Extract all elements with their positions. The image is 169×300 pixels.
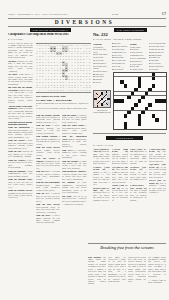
list-item: From the Senate: a filibuster whistle; b… (62, 114, 87, 124)
list-item: 11 Reflecting pool sight (149, 42, 167, 44)
list-item: 18 Souvenir shirt size (149, 51, 167, 53)
list-item: 6 Museum piece (130, 60, 147, 62)
invitational-headline: Cheapskates: Gift shop ideas from Week 1… (8, 33, 92, 37)
list-item: 25 Vendor's cart (149, 56, 167, 58)
list-item: 46 On the mend (112, 68, 129, 70)
list-item: 4th place: From the NSA gift shop: a mug… (8, 60, 33, 72)
feature-rule (88, 243, 166, 244)
list-item: And the winner of the Inkin' Memorial: F… (8, 105, 33, 120)
list-item: From the Smithsonian Castle: gargoyle bo… (62, 135, 87, 147)
list-item: 35 Pace setter? (112, 54, 129, 56)
list-item: 20 Took badly? (93, 73, 110, 75)
list-item: 5 Cherry blossom mo. (130, 57, 147, 59)
list-item: CAPRICORN (Dec. 22-Jan. 19) Your work sp… (149, 148, 167, 163)
folio-edition: EZ EE (112, 13, 132, 15)
list-item: CANCER (June 22-July 22) Someone repeats… (112, 148, 129, 165)
list-item: Readers wrote in with their own rules: n… (128, 256, 146, 283)
last-week-solution-grid: SCRAPBOOKSOARTPOSTPUZLEREEKANWERGIDTOTAL… (93, 90, 111, 108)
list-item: 7 Gallery display (130, 63, 147, 65)
list-item: From the Botanic Garden: corpse-flower a… (36, 114, 61, 124)
feature-column-4: The common thread was modesty. Nobody qu… (148, 256, 166, 298)
list-item: 3 Shade provider (130, 51, 147, 53)
list-item: ARIES (March 21-April 19) Finish the sma… (93, 148, 110, 165)
list-item: From the CIA: a souvenir photo of you th… (36, 192, 61, 202)
list-item: From the FCC: a bleeping keychain, batte… (36, 170, 61, 180)
feature-column-2: Start small, the experts say. A basket b… (108, 256, 126, 298)
list-item: From Reagan National: a model airplane p… (36, 135, 61, 145)
list-item: SCORPIO (Oct. 24-Nov. 21) A secret you a… (130, 166, 147, 183)
list-item: 17 Gift shop staple, perhaps (93, 65, 110, 69)
list-item: 31 Last word (149, 68, 167, 70)
list-item: Next week: Clue us in, or, Haven't got a… (62, 195, 87, 202)
list-item: 29 Gift wrap roll (149, 62, 167, 64)
list-item: 13 Postcard rack spot (149, 48, 167, 50)
list-item: 8 In the loop (130, 65, 147, 67)
list-item: 19 Cobbler's supply (93, 70, 110, 72)
cell-r17c19[interactable]: D (88, 89, 91, 92)
crossword-clues-col3: DOWN1 Bagel topper2 Mild oath3 Shade pro… (130, 42, 147, 70)
new-contest-title: New contest for Week 1089: (36, 95, 92, 98)
horoscope-column-2: CANCER (June 22-July 22) Someone repeats… (112, 148, 129, 240)
list-item: 9 Lincoln, for one (130, 68, 147, 69)
cell-r15c15[interactable] (162, 126, 165, 130)
list-item: From the Treasury: a piggy bank shaped l… (62, 160, 87, 170)
list-item: From the Beltway Authority: a souvenir o… (62, 170, 87, 180)
horoscope-column-3: LIBRA (Sept. 23-Oct. 23) Balance is not … (130, 148, 147, 240)
list-item: PISCES (Feb. 19-March 20) Rest is produc… (149, 179, 167, 194)
list-item: 16 Lotion additive (93, 62, 110, 64)
wordsearch-grid: TSRENIATNOCEDISAERPAEKLOBMUGNARTSEDIWOLR… (36, 44, 92, 92)
list-item: 22 Dome opening (149, 54, 167, 56)
list-item: GEMINI (May 21-June 21) Two invitations … (93, 187, 110, 202)
solution-cell-r15c15: E (109, 106, 110, 107)
list-item: — Adapted from an online discussion (148, 279, 166, 284)
list-item: Start small, the experts say. A basket b… (108, 256, 126, 283)
list-item: From the Weather Service: an umbrella th… (8, 189, 33, 199)
list-item: 12 Guide book feature (149, 45, 167, 47)
horoscope-byline: BY HOLIDAY MATHIS (93, 144, 153, 146)
list-item: 26 Mall unit (112, 42, 129, 44)
list-item: 1 Bagel topper (130, 46, 147, 48)
crossword-bottom-rule (93, 133, 166, 134)
last-week-solution-caption: SOLUTION TO POST PUZZLER NO. 231 (91, 110, 113, 115)
list-item: 43 Metro map line (112, 62, 129, 64)
horoscope-column-1: ARIES (March 21-April 19) Finish the sma… (93, 148, 110, 240)
list-item: 4 Monument piece (130, 54, 147, 56)
list-item: From the Archives: a quill pen that reda… (8, 159, 33, 169)
list-item: 5 Kept in the loop, briefly (93, 48, 110, 52)
list-item: 27 Tour group (149, 59, 167, 61)
list-item: From the Supreme Court: robes in sizes 5… (8, 178, 33, 188)
list-subheader: Gifts that keep on giving: honorable men… (8, 121, 33, 126)
list-item: From the Fed: souvenir $2 bills, marked … (8, 150, 33, 157)
header-rule-bottom (8, 26, 166, 27)
list-item: 24 Tiny bit (93, 81, 110, 83)
new-contest-block: New contest for Week 1089: It's 'post' t… (36, 95, 92, 112)
list-item: 44 Key lime ___ (112, 65, 129, 67)
crossword-number: No. 232 (93, 32, 133, 38)
list-item: AQUARIUS (Jan. 20-Feb. 18) An old idea r… (149, 163, 167, 178)
crossword-byline: BY FRANK LONGO — EDITED BY PETER GORDON (93, 38, 166, 40)
list-item: From NOAA: a hurricane-naming kit, lette… (62, 149, 87, 159)
list-item: 21 Pasta topper (93, 75, 110, 77)
list-item: TAURUS (April 20-May 20) A bargain is on… (93, 166, 110, 186)
list-item: From the Capitol: a snow globe that, whe… (8, 139, 33, 149)
list-item: From the White House: a fence-jumping pr… (62, 124, 87, 134)
list-item: Dear Readers: My family cannot get throu… (88, 256, 106, 285)
list-item: From the Library of Congress: bookmarks … (36, 157, 61, 169)
list-item: 30 Snack stand order (149, 65, 167, 67)
list-item: 1 Stadium tier (93, 46, 110, 48)
invitational-column-3: From the Senate: a filibuster whistle; b… (62, 114, 87, 298)
list-item: From the DMV: a take-a-number dispenser … (36, 214, 61, 224)
invitational-byline: BY PAT MYERS (8, 38, 92, 40)
invitational-kicker: THE STYLE INVITATIONAL (30, 28, 71, 32)
invitational-column-2: From the Botanic Garden: corpse-flower a… (36, 114, 61, 298)
list-item: The common thread was modesty. Nobody qu… (148, 256, 166, 278)
list-item: From the Park Service: cherry-blossom pe… (36, 203, 61, 213)
feature-column-1: Dear Readers: My family cannot get throu… (88, 256, 106, 298)
new-contest-entry-link: See this week's full Invitational, with … (36, 107, 92, 109)
new-contest-subtitle: It's 'post' time — give us a sign (36, 99, 92, 102)
list-item: 14 Opera solo (93, 56, 110, 58)
list-item: 38 Panda's home (112, 56, 129, 58)
list-item: 3rd place: From Metro: a 'Doors Closing'… (8, 73, 33, 85)
list-item: From the Mint: a penny-stretching machin… (36, 124, 61, 134)
list-item: In Week 1085 we asked you to suggest ite… (8, 42, 33, 59)
list-item: 2nd place and the singing-fish plaque: F… (8, 86, 33, 103)
newspaper-diversions-page: { "game": "Newspaper Diversions page fea… (0, 0, 169, 300)
wordsearch-board: TSRENIATNOCEDISAERPAEKLOBMUGNARTSEDIWOLR… (36, 43, 92, 93)
section-masthead: DIVERSIONS (0, 19, 169, 25)
solution-caption-line2: POST PUZZLER NO. 231 (91, 112, 113, 114)
list-item: 23 Salon job (93, 78, 110, 80)
crossword-clues-col1: ACROSS1 Stadium tier5 Kept in the loop, … (93, 42, 110, 84)
crossword-board (113, 72, 167, 131)
list-item: 33 Capitol feature (112, 48, 129, 50)
horoscope-kicker: HOROSCOPE (106, 136, 143, 140)
invitational-column-1: In Week 1085 we asked you to suggest ite… (8, 42, 33, 298)
crossword-clues-col2: 26 Mall unit28 Souvenir stand buy33 Capi… (112, 42, 129, 70)
list-item: From the Postal Service: forever stamps;… (36, 146, 61, 156)
list-item: Still running: the Loser Community's con… (62, 181, 87, 193)
new-contest-deadline: Deadline is Monday night, Sept. 22; resu… (36, 102, 92, 106)
list-item: From the Pentagon: a $640 commemorative … (8, 170, 33, 177)
list-item: LEO (July 23-Aug. 22) Your audience is s… (112, 166, 129, 183)
list-item: VIRGO (Aug. 23-Sept. 22) The list will n… (112, 184, 129, 201)
list-item: 40 D.C. tourist stop (112, 59, 129, 61)
feature-column-3: Readers wrote in with their own rules: n… (128, 256, 146, 298)
list-item: 15 Not as risky (93, 59, 110, 61)
list-item: 10 Soft drink choice (93, 53, 110, 55)
feature-headline: Breaking free from the screens (88, 245, 166, 252)
list-item: 2 Mild oath (130, 48, 147, 50)
list-item: 28 Souvenir stand buy (112, 45, 129, 47)
list-item: — Compiled by Pat Myers (62, 203, 87, 205)
folio-page-number: C7 (150, 12, 166, 16)
list-item: SAGITTARIUS (Nov. 22-Dec. 21) The map is… (130, 184, 147, 201)
crossword-clues-col4: 11 Reflecting pool sight12 Guide book fe… (149, 42, 167, 70)
list-item: From the Smithsonian: a build-your-own-d… (8, 126, 33, 138)
folio-dateline: SUNDAY, SEPTEMBER 14, 2014 . THE WASHING… (8, 13, 108, 15)
list-item: 34 Snow globe filler (112, 51, 129, 53)
list-item: LIBRA (Sept. 23-Oct. 23) Balance is not … (130, 148, 147, 165)
horoscope-column-4: CAPRICORN (Dec. 22-Jan. 19) Your work sp… (149, 148, 167, 240)
list-item: From the State Department: diplomatic-po… (36, 181, 61, 191)
